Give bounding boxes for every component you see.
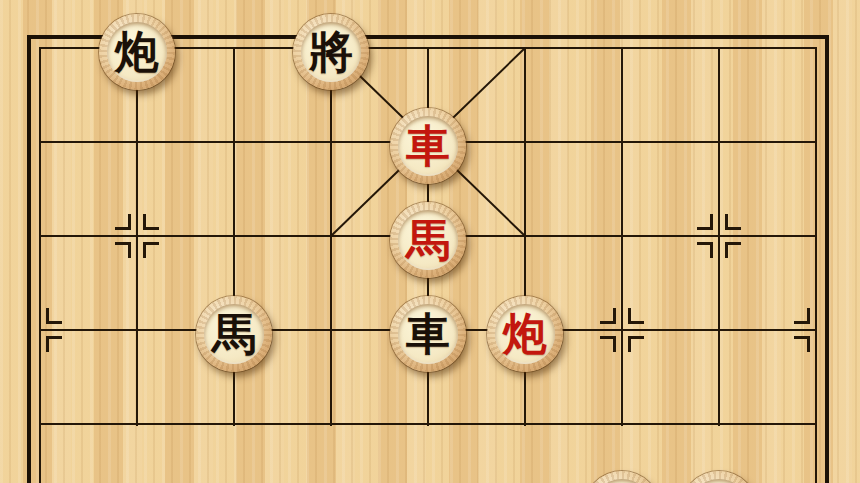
point-marker-8-3-bl — [794, 336, 810, 352]
point-marker-1-2-tr — [143, 214, 159, 230]
point-marker-7-2-tl — [697, 214, 713, 230]
piece-glyph: 將 — [293, 14, 369, 90]
piece-glyph: 馬 — [196, 296, 272, 372]
piece-black-cannon[interactable]: 炮 — [99, 14, 175, 90]
file-line-6 — [621, 48, 623, 426]
piece-glyph: 車 — [390, 296, 466, 372]
point-marker-1-2-br — [143, 242, 159, 258]
piece-unknown-piece-top-2[interactable] — [681, 471, 757, 483]
point-marker-1-2-tl — [115, 214, 131, 230]
piece-unknown-piece-top-1[interactable] — [584, 471, 660, 483]
file-line-7 — [718, 48, 720, 426]
piece-glyph: 炮 — [99, 14, 175, 90]
piece-red-cannon[interactable]: 炮 — [487, 296, 563, 372]
piece-black-horse[interactable]: 馬 — [196, 296, 272, 372]
piece-red-horse[interactable]: 馬 — [390, 202, 466, 278]
piece-glyph: 車 — [390, 108, 466, 184]
file-line-1 — [136, 48, 138, 426]
piece-glyph: 馬 — [390, 202, 466, 278]
piece-black-general[interactable]: 將 — [293, 14, 369, 90]
point-marker-7-2-tr — [725, 214, 741, 230]
point-marker-6-3-tr — [628, 308, 644, 324]
point-marker-1-2-bl — [115, 242, 131, 258]
file-line-8 — [815, 48, 817, 483]
piece-glyph: 炮 — [487, 296, 563, 372]
file-line-0 — [39, 48, 41, 483]
point-marker-6-3-bl — [600, 336, 616, 352]
xiangqi-board[interactable]: 炮將車馬馬車炮 — [0, 0, 860, 483]
rank-line-4 — [39, 423, 817, 425]
piece-red-chariot[interactable]: 車 — [390, 108, 466, 184]
piece-glyph — [584, 471, 660, 483]
point-marker-0-3-br — [46, 336, 62, 352]
point-marker-8-3-tl — [794, 308, 810, 324]
point-marker-7-2-bl — [697, 242, 713, 258]
point-marker-6-3-tl — [600, 308, 616, 324]
point-marker-7-2-br — [725, 242, 741, 258]
board-grid: 炮將車馬馬車炮 — [0, 0, 860, 483]
piece-glyph — [681, 471, 757, 483]
piece-black-chariot[interactable]: 車 — [390, 296, 466, 372]
point-marker-6-3-br — [628, 336, 644, 352]
point-marker-0-3-tr — [46, 308, 62, 324]
